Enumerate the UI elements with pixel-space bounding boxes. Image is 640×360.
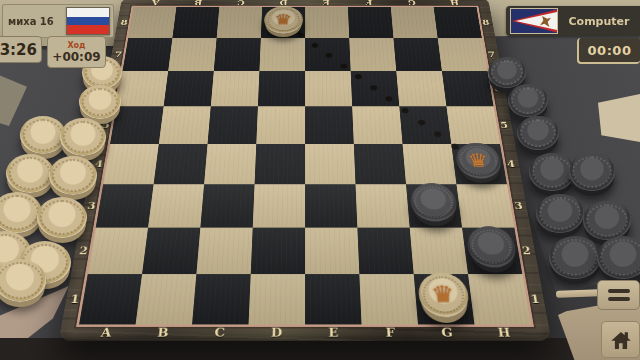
captured-dark-piece bbox=[488, 57, 526, 88]
king-crown-icon: ♛ bbox=[430, 283, 455, 306]
captured-white-piece bbox=[37, 197, 87, 238]
square-g4[interactable] bbox=[403, 144, 457, 184]
square-d5[interactable] bbox=[256, 106, 305, 144]
file-label-g: G bbox=[418, 324, 477, 340]
square-d6[interactable] bbox=[258, 71, 305, 106]
captured-dark-piece bbox=[583, 201, 631, 240]
file-label-d: D bbox=[248, 324, 305, 340]
file-labels-bottom: ABCDEFGH bbox=[76, 324, 533, 340]
square-c3[interactable] bbox=[200, 184, 254, 227]
square-c5[interactable] bbox=[208, 106, 258, 144]
captured-white-piece bbox=[79, 85, 121, 119]
square-b5[interactable] bbox=[159, 106, 211, 144]
player-left-clock: 3:26 bbox=[0, 36, 42, 63]
square-e6[interactable] bbox=[305, 71, 352, 106]
checkers-board: ♛♛♛ ABCDEFGH ABCDEFGH 87654321 87654321 bbox=[59, 0, 552, 341]
captured-white-piece bbox=[6, 154, 54, 193]
square-a3[interactable] bbox=[96, 184, 154, 227]
move-trail-dot bbox=[340, 63, 348, 69]
file-label-top-d: D bbox=[262, 0, 305, 7]
square-h7[interactable] bbox=[438, 38, 488, 71]
file-label-c: C bbox=[191, 324, 249, 340]
square-g7[interactable] bbox=[393, 38, 441, 71]
file-label-top-g: G bbox=[390, 0, 434, 7]
move-increment-value: +00:09 bbox=[52, 51, 100, 63]
file-label-top-a: A bbox=[133, 0, 177, 7]
square-b1[interactable] bbox=[136, 274, 197, 324]
square-a2[interactable] bbox=[88, 228, 148, 275]
square-d4[interactable] bbox=[255, 144, 305, 184]
square-g8[interactable] bbox=[391, 7, 438, 38]
file-label-a: A bbox=[76, 324, 135, 340]
captured-dark-piece bbox=[549, 236, 601, 279]
russia-flag-icon bbox=[66, 7, 110, 35]
square-d2[interactable] bbox=[251, 228, 305, 275]
square-b8[interactable] bbox=[172, 7, 219, 38]
captured-white-piece bbox=[0, 259, 46, 302]
player-right-clock: 00:00 bbox=[577, 38, 640, 64]
square-f5[interactable] bbox=[352, 106, 402, 144]
square-c4[interactable] bbox=[204, 144, 256, 184]
square-h1[interactable] bbox=[468, 274, 531, 324]
move-trail-dot bbox=[417, 119, 426, 125]
move-trail-dot bbox=[297, 32, 304, 37]
captured-white-piece bbox=[49, 156, 97, 195]
square-d1[interactable] bbox=[249, 274, 305, 324]
square-a7[interactable] bbox=[122, 38, 172, 71]
square-b3[interactable] bbox=[148, 184, 204, 227]
square-h8[interactable] bbox=[434, 7, 482, 38]
square-c8[interactable] bbox=[217, 7, 263, 38]
file-label-top-c: C bbox=[219, 0, 262, 7]
square-e5[interactable] bbox=[305, 106, 354, 144]
square-a1[interactable] bbox=[79, 274, 142, 324]
square-b7[interactable] bbox=[168, 38, 216, 71]
table-shadow-bottom bbox=[0, 338, 640, 360]
file-label-top-h: H bbox=[432, 0, 476, 7]
square-e1[interactable] bbox=[305, 274, 361, 324]
square-h5[interactable] bbox=[446, 106, 500, 144]
move-label: Ход bbox=[67, 42, 85, 50]
square-e2[interactable] bbox=[305, 228, 359, 275]
square-d3[interactable] bbox=[253, 184, 305, 227]
square-f4[interactable] bbox=[354, 144, 406, 184]
file-label-top-f: F bbox=[347, 0, 390, 7]
home-button[interactable] bbox=[601, 321, 640, 358]
square-h6[interactable] bbox=[442, 71, 494, 106]
square-b6[interactable] bbox=[164, 71, 214, 106]
board-grid: ♛♛♛ bbox=[79, 7, 531, 324]
board-frame: ♛♛♛ ABCDEFGH ABCDEFGH 87654321 87654321 bbox=[59, 0, 552, 341]
file-label-b: B bbox=[133, 324, 192, 340]
file-label-e: E bbox=[305, 324, 362, 340]
file-label-h: H bbox=[474, 324, 533, 340]
square-c2[interactable] bbox=[196, 228, 252, 275]
player-left-name: миха 16 bbox=[3, 16, 66, 27]
square-f8[interactable] bbox=[348, 7, 394, 38]
captured-white-piece bbox=[60, 118, 106, 156]
captured-dark-piece bbox=[536, 194, 584, 233]
move-trail-dot bbox=[401, 107, 410, 113]
square-c7[interactable] bbox=[214, 38, 261, 71]
square-a5[interactable] bbox=[110, 106, 164, 144]
player-right-plate: Computer bbox=[506, 6, 640, 36]
king-crown-icon: ♛ bbox=[467, 151, 490, 169]
menu-handle[interactable] bbox=[556, 289, 602, 298]
square-c1[interactable] bbox=[192, 274, 251, 324]
square-b4[interactable] bbox=[154, 144, 208, 184]
square-e4[interactable] bbox=[305, 144, 355, 184]
player-right-name: Computer bbox=[558, 15, 640, 28]
captured-dark-piece bbox=[569, 153, 615, 191]
move-trail-dot bbox=[370, 85, 378, 91]
file-labels-top: ABCDEFGH bbox=[133, 0, 476, 7]
move-increment-plate: Ход +00:09 bbox=[47, 36, 106, 68]
square-f3[interactable] bbox=[355, 184, 409, 227]
square-f7[interactable] bbox=[349, 38, 396, 71]
square-f2[interactable] bbox=[357, 228, 413, 275]
square-d7[interactable] bbox=[259, 38, 305, 71]
file-label-top-e: E bbox=[305, 0, 348, 7]
square-g6[interactable] bbox=[396, 71, 446, 106]
menu-button[interactable] bbox=[597, 280, 640, 310]
player-left-plate: миха 16 bbox=[2, 4, 114, 38]
square-g2[interactable] bbox=[410, 228, 468, 275]
home-icon bbox=[608, 327, 634, 353]
square-e3[interactable] bbox=[305, 184, 357, 227]
square-a8[interactable] bbox=[128, 7, 176, 38]
square-f1[interactable] bbox=[359, 274, 418, 324]
square-c6[interactable] bbox=[211, 71, 260, 106]
move-trail-dot bbox=[311, 42, 319, 47]
move-trail-dot bbox=[433, 131, 442, 137]
piece-white-king-d8[interactable]: ♛ bbox=[263, 6, 302, 34]
king-crown-icon: ♛ bbox=[274, 12, 292, 26]
square-h3[interactable] bbox=[456, 184, 514, 227]
american-samoa-flag-icon bbox=[510, 8, 558, 34]
captured-dark-piece bbox=[597, 236, 640, 279]
menu-icon bbox=[608, 289, 630, 293]
square-a4[interactable] bbox=[103, 144, 159, 184]
captured-dark-piece bbox=[508, 84, 548, 117]
square-e8[interactable] bbox=[305, 7, 349, 38]
file-label-top-b: B bbox=[176, 0, 220, 7]
move-trail-dot bbox=[450, 143, 459, 150]
file-label-f: F bbox=[361, 324, 419, 340]
captured-dark-piece bbox=[517, 116, 559, 150]
square-b2[interactable] bbox=[142, 228, 200, 275]
square-a6[interactable] bbox=[116, 71, 168, 106]
